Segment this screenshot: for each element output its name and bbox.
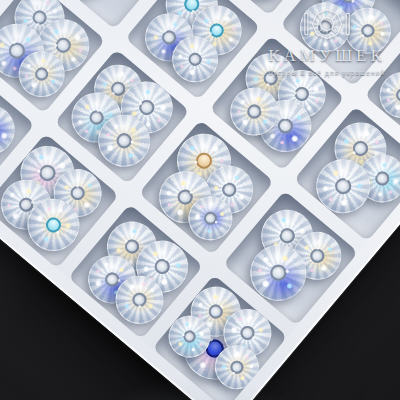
bead-hole xyxy=(137,97,158,118)
bead-hole xyxy=(267,262,290,285)
bead-hole xyxy=(228,358,246,376)
bead-hole xyxy=(277,225,298,246)
bead-hole xyxy=(53,35,74,56)
bead-hole xyxy=(220,180,240,200)
bead-hole xyxy=(43,215,64,236)
bead-hole xyxy=(238,323,258,343)
bead-hole xyxy=(68,183,88,203)
bead-hole xyxy=(350,138,371,159)
bead-hole xyxy=(186,50,204,68)
bead-hole xyxy=(114,131,135,152)
crystal-bead xyxy=(0,94,25,164)
bead-hole xyxy=(159,27,179,47)
bead-hole xyxy=(36,161,59,184)
photo-scene: КАМУШЕК бусины & всё для украшений xyxy=(0,0,400,400)
bead-hole xyxy=(372,169,392,189)
bead-hole xyxy=(275,115,296,136)
bead-hole xyxy=(130,290,150,310)
bead-hole xyxy=(206,302,226,322)
bead-hole xyxy=(308,246,328,266)
bead-hole xyxy=(152,256,173,277)
bead-hole xyxy=(201,209,219,227)
bead-hole xyxy=(207,20,227,40)
watermark-tagline: бусины & всё для украшений xyxy=(256,69,398,76)
bead-hole xyxy=(193,149,216,172)
watermark: КАМУШЕК бусины & всё для украшений xyxy=(256,3,398,76)
bead-hole xyxy=(32,65,50,83)
bead-hole xyxy=(245,102,265,122)
bead-hole xyxy=(393,86,400,104)
gem-logo-icon xyxy=(298,3,356,45)
watermark-title: КАМУШЕК xyxy=(256,46,398,66)
bead-hole xyxy=(181,328,198,345)
bead-hole xyxy=(332,175,355,198)
